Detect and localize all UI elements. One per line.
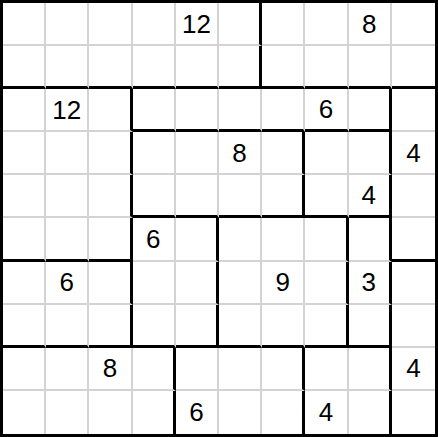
cell-r8c3[interactable] — [89, 305, 132, 348]
cell-r6c3[interactable] — [89, 218, 132, 261]
cell-r5c1[interactable] — [3, 175, 46, 218]
cell-r7c9[interactable]: 3 — [349, 262, 392, 305]
cell-r4c5[interactable] — [176, 132, 219, 175]
cell-r10c3[interactable] — [89, 391, 132, 434]
cell-r6c8[interactable] — [305, 218, 348, 261]
cell-r2c3[interactable] — [89, 46, 132, 89]
cell-r10c7[interactable] — [262, 391, 305, 434]
region-area-clue: 8 — [103, 355, 117, 381]
region-area-clue: 4 — [406, 355, 420, 381]
cell-r7c8[interactable] — [305, 262, 348, 305]
cell-r2c7[interactable] — [262, 46, 305, 89]
cell-r6c1[interactable] — [3, 218, 46, 261]
cell-r5c2[interactable] — [46, 175, 89, 218]
cell-r9c4[interactable] — [133, 348, 176, 391]
cell-r9c3[interactable]: 8 — [89, 348, 132, 391]
cell-r3c8[interactable]: 6 — [305, 89, 348, 132]
cell-r10c1[interactable] — [3, 391, 46, 434]
cell-r7c1[interactable] — [3, 262, 46, 305]
region-area-clue: 6 — [319, 96, 333, 122]
cell-r4c6[interactable]: 8 — [219, 132, 262, 175]
cell-r7c6[interactable] — [219, 262, 262, 305]
cell-r8c8[interactable] — [305, 305, 348, 348]
cell-r3c7[interactable] — [262, 89, 305, 132]
cell-r6c2[interactable] — [46, 218, 89, 261]
cell-r10c5[interactable]: 6 — [176, 391, 219, 434]
cell-r8c6[interactable] — [219, 305, 262, 348]
cell-r3c9[interactable] — [349, 89, 392, 132]
shikaku-board: 12812684466938464 — [0, 0, 438, 437]
cell-r5c7[interactable] — [262, 175, 305, 218]
cell-r10c6[interactable] — [219, 391, 262, 434]
cell-r3c3[interactable] — [89, 89, 132, 132]
region-area-clue: 8 — [232, 140, 246, 166]
cell-r10c8[interactable]: 4 — [305, 391, 348, 434]
cell-r3c10[interactable] — [392, 89, 435, 132]
region-area-clue: 4 — [319, 399, 333, 425]
cell-r4c9[interactable] — [349, 132, 392, 175]
cell-r7c7[interactable]: 9 — [262, 262, 305, 305]
cell-r6c7[interactable] — [262, 218, 305, 261]
cell-r1c3[interactable] — [89, 3, 132, 46]
cell-r6c5[interactable] — [176, 218, 219, 261]
cell-r1c4[interactable] — [133, 3, 176, 46]
cell-r4c10[interactable]: 4 — [392, 132, 435, 175]
cell-r8c10[interactable] — [392, 305, 435, 348]
cell-r1c5[interactable]: 12 — [176, 3, 219, 46]
cell-r8c2[interactable] — [46, 305, 89, 348]
cell-r5c3[interactable] — [89, 175, 132, 218]
cell-r4c3[interactable] — [89, 132, 132, 175]
cell-r5c6[interactable] — [219, 175, 262, 218]
cell-r1c6[interactable] — [219, 3, 262, 46]
cell-r2c9[interactable] — [349, 46, 392, 89]
cell-r9c5[interactable] — [176, 348, 219, 391]
cell-r9c2[interactable] — [46, 348, 89, 391]
cell-r10c2[interactable] — [46, 391, 89, 434]
cell-r10c10[interactable] — [392, 391, 435, 434]
cell-r10c4[interactable] — [133, 391, 176, 434]
cell-r5c5[interactable] — [176, 175, 219, 218]
region-area-clue: 4 — [361, 182, 375, 208]
cell-r7c10[interactable] — [392, 262, 435, 305]
cell-r9c10[interactable]: 4 — [392, 348, 435, 391]
cell-r1c7[interactable] — [262, 3, 305, 46]
cell-r6c10[interactable] — [392, 218, 435, 261]
cell-r4c1[interactable] — [3, 132, 46, 175]
cell-r3c6[interactable] — [219, 89, 262, 132]
cell-r9c6[interactable] — [219, 348, 262, 391]
cell-r9c9[interactable] — [349, 348, 392, 391]
cell-r1c10[interactable] — [392, 3, 435, 46]
cell-r1c8[interactable] — [305, 3, 348, 46]
cell-r5c4[interactable] — [133, 175, 176, 218]
cell-r1c9[interactable]: 8 — [349, 3, 392, 46]
cell-r2c2[interactable] — [46, 46, 89, 89]
cell-r8c4[interactable] — [133, 305, 176, 348]
cell-r2c5[interactable] — [176, 46, 219, 89]
cell-r1c1[interactable] — [3, 3, 46, 46]
cell-r8c7[interactable] — [262, 305, 305, 348]
cell-r8c1[interactable] — [3, 305, 46, 348]
cell-r3c2[interactable]: 12 — [46, 89, 89, 132]
cell-r4c7[interactable] — [262, 132, 305, 175]
region-area-clue: 3 — [361, 269, 375, 295]
region-area-clue: 6 — [189, 399, 203, 425]
region-area-clue: 12 — [182, 11, 211, 37]
cell-r4c4[interactable] — [133, 132, 176, 175]
cell-r4c8[interactable] — [305, 132, 348, 175]
cell-r9c8[interactable] — [305, 348, 348, 391]
region-area-clue: 6 — [60, 269, 74, 295]
region-area-clue: 12 — [52, 97, 81, 123]
region-area-clue: 9 — [276, 269, 290, 295]
cell-r9c1[interactable] — [3, 348, 46, 391]
cell-r6c6[interactable] — [219, 218, 262, 261]
cell-r3c1[interactable] — [3, 89, 46, 132]
cell-r5c10[interactable] — [392, 175, 435, 218]
cell-r2c4[interactable] — [133, 46, 176, 89]
cell-r1c2[interactable] — [46, 3, 89, 46]
cell-r3c5[interactable] — [176, 89, 219, 132]
cell-r2c6[interactable] — [219, 46, 262, 89]
cell-r6c9[interactable] — [349, 218, 392, 261]
cell-r3c4[interactable] — [133, 89, 176, 132]
cell-r5c8[interactable] — [305, 175, 348, 218]
cell-r8c9[interactable] — [349, 305, 392, 348]
cell-r7c5[interactable] — [176, 262, 219, 305]
region-area-clue: 6 — [146, 226, 160, 252]
cell-r5c9[interactable]: 4 — [349, 175, 392, 218]
cell-r9c7[interactable] — [262, 348, 305, 391]
region-area-clue: 8 — [362, 11, 376, 37]
cell-r7c2[interactable]: 6 — [46, 262, 89, 305]
region-area-clue: 4 — [406, 140, 420, 166]
cell-r2c1[interactable] — [3, 46, 46, 89]
cell-r8c5[interactable] — [176, 305, 219, 348]
cell-r2c10[interactable] — [392, 46, 435, 89]
cell-r2c8[interactable] — [305, 46, 348, 89]
cell-r7c4[interactable] — [133, 262, 176, 305]
cell-r6c4[interactable]: 6 — [133, 218, 176, 261]
cell-r10c9[interactable] — [349, 391, 392, 434]
cell-r7c3[interactable] — [89, 262, 132, 305]
cell-r4c2[interactable] — [46, 132, 89, 175]
